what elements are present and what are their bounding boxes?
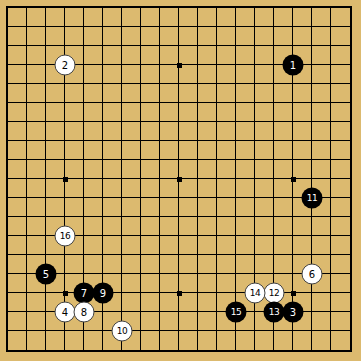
board-cell [160, 217, 179, 236]
board-cell [8, 274, 27, 293]
board-cell [255, 160, 274, 179]
board-cell [274, 84, 293, 103]
board-cell [179, 179, 198, 198]
board-cell [293, 160, 312, 179]
board-cell [122, 198, 141, 217]
board-cell [274, 331, 293, 350]
board-cell [236, 65, 255, 84]
board-cell [84, 255, 103, 274]
board-cell [27, 46, 46, 65]
board-cell [122, 179, 141, 198]
board-cell [236, 255, 255, 274]
board-cell [331, 293, 350, 312]
board-cell [179, 312, 198, 331]
board-cell [8, 141, 27, 160]
board-cell [46, 293, 65, 312]
board-cell [293, 198, 312, 217]
board-cell [274, 274, 293, 293]
board-cell [217, 103, 236, 122]
board-cell [198, 198, 217, 217]
board-cell [65, 198, 84, 217]
board-cell [331, 274, 350, 293]
board-cell [293, 84, 312, 103]
board-cell [236, 8, 255, 27]
board-cell [8, 46, 27, 65]
board-cell [160, 255, 179, 274]
board-cell [331, 331, 350, 350]
board-cell [46, 160, 65, 179]
board-cell [293, 65, 312, 84]
board-cell [179, 255, 198, 274]
board-cell [103, 84, 122, 103]
board-cell [293, 141, 312, 160]
board-cell [236, 312, 255, 331]
board-cell [141, 65, 160, 84]
board-cell [160, 179, 179, 198]
board-cell [217, 217, 236, 236]
board-cell [255, 8, 274, 27]
board-cell [84, 65, 103, 84]
board-cell [160, 293, 179, 312]
board-cell [141, 274, 160, 293]
board-cell [65, 255, 84, 274]
board-cell [65, 27, 84, 46]
board-cell [84, 84, 103, 103]
board-cell [179, 46, 198, 65]
board-cell [141, 27, 160, 46]
board-cell [274, 46, 293, 65]
board-cell [8, 65, 27, 84]
board-cell [65, 312, 84, 331]
board-cell [84, 160, 103, 179]
board-cell [160, 141, 179, 160]
board-cell [236, 198, 255, 217]
board-cell [122, 274, 141, 293]
board-cell [122, 160, 141, 179]
board-cell [217, 255, 236, 274]
board-cell [46, 331, 65, 350]
board-cell [331, 217, 350, 236]
board-cell [293, 293, 312, 312]
board-cell [65, 84, 84, 103]
board-cell [255, 274, 274, 293]
board-cell [198, 65, 217, 84]
board-cell [84, 198, 103, 217]
board-cell [122, 255, 141, 274]
board-cell [198, 255, 217, 274]
board-cell [160, 160, 179, 179]
board-cell [331, 65, 350, 84]
board-cell [27, 141, 46, 160]
board-cell [217, 122, 236, 141]
board-cell [255, 255, 274, 274]
board-cell [312, 27, 331, 46]
board-cell [46, 274, 65, 293]
board-cell [27, 274, 46, 293]
board-cell [122, 8, 141, 27]
board-cell [27, 217, 46, 236]
board-cell [274, 293, 293, 312]
board-cell [312, 293, 331, 312]
board-cell [274, 103, 293, 122]
board-cell [217, 160, 236, 179]
board-cell [274, 179, 293, 198]
board-cell [293, 217, 312, 236]
board-cell [27, 198, 46, 217]
board-cell [198, 122, 217, 141]
board-cell [46, 217, 65, 236]
board-cell [103, 217, 122, 236]
board-cell [46, 312, 65, 331]
board-cell [217, 274, 236, 293]
board-cell [255, 179, 274, 198]
board-cell [103, 198, 122, 217]
board-cell [255, 141, 274, 160]
board-cell [103, 274, 122, 293]
board-cell [27, 122, 46, 141]
board-cell [27, 8, 46, 27]
board-cell [312, 217, 331, 236]
board-cell [331, 255, 350, 274]
board-cell [217, 46, 236, 65]
board-cell [236, 179, 255, 198]
board-cell [217, 331, 236, 350]
board-cell [160, 331, 179, 350]
board-cell [103, 103, 122, 122]
board-cell [103, 122, 122, 141]
board-cell [8, 103, 27, 122]
board-cell [312, 331, 331, 350]
board-cell [84, 331, 103, 350]
board-cell [65, 141, 84, 160]
board-cell [103, 236, 122, 255]
board-cell [312, 255, 331, 274]
board-cell [179, 122, 198, 141]
board-cell [141, 217, 160, 236]
board-cell [331, 103, 350, 122]
board-cell [293, 331, 312, 350]
board-cell [103, 312, 122, 331]
board-cell [198, 8, 217, 27]
board-cell [141, 103, 160, 122]
board-cell [46, 179, 65, 198]
board-cell [274, 122, 293, 141]
board-cell [103, 8, 122, 27]
board-cell [198, 27, 217, 46]
board-cell [274, 141, 293, 160]
board-cell [46, 255, 65, 274]
board-cell [141, 179, 160, 198]
board-cell [103, 255, 122, 274]
board-cell [293, 255, 312, 274]
board-cell [274, 312, 293, 331]
board-cell [160, 27, 179, 46]
board-cell [255, 122, 274, 141]
board-cell [255, 46, 274, 65]
board-cell [84, 217, 103, 236]
board-cell [236, 141, 255, 160]
board-cell [65, 274, 84, 293]
board-cell [274, 8, 293, 27]
board-cell [103, 141, 122, 160]
board-cell [198, 331, 217, 350]
board-cell [65, 122, 84, 141]
board-cell [312, 8, 331, 27]
board-cell [274, 255, 293, 274]
board-cell [179, 331, 198, 350]
board-cell [46, 84, 65, 103]
board-cell [312, 236, 331, 255]
board-cell [103, 46, 122, 65]
board-cell [255, 331, 274, 350]
board-cell [179, 236, 198, 255]
board-cell [331, 27, 350, 46]
board-cell [141, 122, 160, 141]
board-cell [293, 122, 312, 141]
board-cell [274, 236, 293, 255]
go-board-diagram: 12345678910111213141516 [0, 0, 361, 361]
board-cell [160, 198, 179, 217]
board-cell [8, 27, 27, 46]
board-cell [65, 8, 84, 27]
board-cell [160, 274, 179, 293]
board-cell [179, 141, 198, 160]
board-cell [160, 236, 179, 255]
board-cell [8, 236, 27, 255]
board-cell [27, 160, 46, 179]
board-cell [160, 312, 179, 331]
board-cell [46, 46, 65, 65]
board-cell [84, 122, 103, 141]
board-cell [236, 160, 255, 179]
board-cell [141, 331, 160, 350]
board-cell [8, 293, 27, 312]
board-cell [312, 179, 331, 198]
board-cell [236, 274, 255, 293]
board-cell [255, 312, 274, 331]
board-cell [236, 27, 255, 46]
board-cell [160, 46, 179, 65]
board-cell [198, 293, 217, 312]
board-cell [198, 46, 217, 65]
board-cell [141, 198, 160, 217]
board-cell [8, 312, 27, 331]
board-cell [236, 103, 255, 122]
board-cell [141, 293, 160, 312]
board-cell [331, 84, 350, 103]
board-cell [103, 331, 122, 350]
board-cell [331, 160, 350, 179]
board-cell [84, 141, 103, 160]
board-cell [103, 160, 122, 179]
board-cell [331, 198, 350, 217]
board-cell [312, 84, 331, 103]
board-cell [198, 312, 217, 331]
board-cell [46, 8, 65, 27]
board-cell [84, 312, 103, 331]
board-cell [84, 27, 103, 46]
board-cell [122, 103, 141, 122]
board-cell [84, 8, 103, 27]
board-cell [293, 8, 312, 27]
board-cell [103, 293, 122, 312]
board-cell [160, 103, 179, 122]
board-cell [141, 255, 160, 274]
board-cell [65, 103, 84, 122]
board-cell [8, 331, 27, 350]
board-cell [198, 103, 217, 122]
board-cell [217, 293, 236, 312]
board-cell [331, 179, 350, 198]
board-cell [255, 293, 274, 312]
board-cell [236, 293, 255, 312]
board-cell [141, 84, 160, 103]
board-cell [331, 312, 350, 331]
board-cell [27, 103, 46, 122]
board-cell [46, 122, 65, 141]
board-cell [217, 65, 236, 84]
board-cell [8, 122, 27, 141]
board-cell [198, 84, 217, 103]
board-cell [255, 65, 274, 84]
board-cell [293, 274, 312, 293]
board-cell [84, 274, 103, 293]
board-cell [198, 274, 217, 293]
board-cell [46, 103, 65, 122]
board-cell [46, 141, 65, 160]
board-cell [122, 46, 141, 65]
board-cell [217, 141, 236, 160]
board-cell [331, 8, 350, 27]
board-cell [293, 179, 312, 198]
board-cell [198, 141, 217, 160]
board-cell [27, 255, 46, 274]
board-cell [198, 179, 217, 198]
board-cell [65, 293, 84, 312]
board-cell [65, 65, 84, 84]
board-cell [236, 122, 255, 141]
board-cell [84, 236, 103, 255]
board-cell [65, 331, 84, 350]
board-cell [179, 160, 198, 179]
board-cell [84, 179, 103, 198]
board-cell [103, 27, 122, 46]
board-cell [312, 274, 331, 293]
board-cell [84, 293, 103, 312]
board-cell [122, 65, 141, 84]
board-cell [122, 27, 141, 46]
board-cell [331, 236, 350, 255]
board-cell [179, 198, 198, 217]
board-cell [65, 179, 84, 198]
board-cell [217, 198, 236, 217]
board-cell [8, 255, 27, 274]
board-cell [65, 46, 84, 65]
board-cell [236, 46, 255, 65]
board-cell [103, 65, 122, 84]
board-cell [312, 103, 331, 122]
board-cell [122, 293, 141, 312]
board-cell [8, 8, 27, 27]
board-cell [312, 312, 331, 331]
board-cell [198, 236, 217, 255]
board-cell [122, 217, 141, 236]
board-cell [293, 27, 312, 46]
board-cell [236, 84, 255, 103]
board-cell [27, 236, 46, 255]
board-cell [179, 293, 198, 312]
board-cell [8, 217, 27, 236]
board-cell [65, 236, 84, 255]
board-cell [293, 236, 312, 255]
board-cell [236, 331, 255, 350]
board-cell [312, 46, 331, 65]
board-cell [122, 312, 141, 331]
board-cell [27, 65, 46, 84]
board-cell [141, 8, 160, 27]
board-cell [8, 84, 27, 103]
board-cell [84, 46, 103, 65]
board-cell [122, 141, 141, 160]
board-cell [331, 122, 350, 141]
board-cell [198, 217, 217, 236]
board-cell [179, 65, 198, 84]
board-cell [312, 65, 331, 84]
board-cell [179, 103, 198, 122]
board-cell [179, 217, 198, 236]
board-cell [255, 198, 274, 217]
board-cell [274, 160, 293, 179]
board-cell [27, 293, 46, 312]
board-cell [274, 27, 293, 46]
board-cell [217, 84, 236, 103]
board-cell [122, 84, 141, 103]
board-cell [65, 160, 84, 179]
board-cell [160, 8, 179, 27]
board-cell [312, 160, 331, 179]
board-cell [255, 27, 274, 46]
board-cell [217, 236, 236, 255]
board-cell [179, 8, 198, 27]
board-cell [8, 179, 27, 198]
board-cell [141, 46, 160, 65]
board-cell [122, 236, 141, 255]
board-cell [198, 160, 217, 179]
board-cell [46, 198, 65, 217]
board-cell [293, 312, 312, 331]
board-cell [217, 179, 236, 198]
board-cell [293, 46, 312, 65]
board-cell [217, 312, 236, 331]
board-cell [141, 236, 160, 255]
board-cell [179, 274, 198, 293]
board-cell [141, 312, 160, 331]
board-cell [27, 179, 46, 198]
board-cell [255, 103, 274, 122]
board-cell [160, 65, 179, 84]
board-cell [122, 122, 141, 141]
board-cell [160, 122, 179, 141]
board-cell [293, 103, 312, 122]
board-cell [46, 65, 65, 84]
board-grid[interactable] [6, 6, 352, 352]
board-cell [312, 198, 331, 217]
board-cell [274, 198, 293, 217]
board-cell [236, 217, 255, 236]
board-cell [27, 84, 46, 103]
board-cell [84, 103, 103, 122]
board-cell [179, 27, 198, 46]
